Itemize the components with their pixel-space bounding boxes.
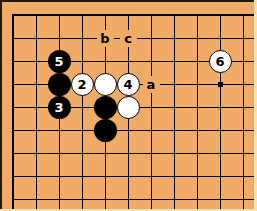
stone-white-E16 — [94, 73, 117, 96]
star-point-K16 — [218, 82, 223, 87]
border-top-dark — [0, 0, 257, 2]
grid-line-vertical-8 — [174, 14, 175, 209]
stone-black-E14 — [94, 119, 117, 142]
stone-white-K17: 6 — [209, 50, 232, 73]
stone-white-F16: 4 — [117, 73, 140, 96]
label-b-E18: b — [97, 30, 114, 47]
stone-black-C15: 3 — [48, 96, 71, 119]
grid-line-horizontal-9 — [12, 199, 254, 200]
grid-line-vertical-2 — [36, 14, 37, 209]
stone-white-F15 — [117, 96, 140, 119]
border-left-dark — [0, 0, 2, 211]
grid-line-horizontal-1 — [12, 14, 254, 16]
grid-line-vertical-7 — [151, 14, 152, 209]
stone-white-D16: 2 — [71, 73, 94, 96]
grid-line-vertical-10 — [220, 14, 221, 209]
border-right-light — [254, 0, 257, 211]
grid-line-horizontal-8 — [12, 176, 254, 177]
label-a-G16: a — [143, 76, 160, 93]
stone-black-C17: 5 — [48, 50, 71, 73]
grid-line-vertical-4 — [82, 14, 83, 209]
stone-black-E15 — [94, 96, 117, 119]
grid-line-horizontal-6 — [12, 130, 254, 131]
grid-line-horizontal-7 — [12, 153, 254, 154]
go-diagram: abc53246 — [0, 0, 257, 211]
grid-line-vertical-1 — [12, 14, 14, 209]
border-bottom-light — [0, 209, 257, 211]
grid-line-vertical-11 — [243, 14, 244, 209]
label-c-F18: c — [120, 30, 137, 47]
stone-black-C16 — [48, 73, 71, 96]
grid-line-vertical-9 — [197, 14, 198, 209]
